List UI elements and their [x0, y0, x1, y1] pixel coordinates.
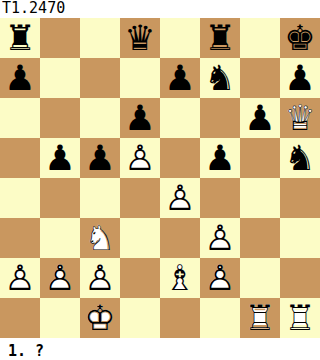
square-c3[interactable]: ♞♘ — [80, 218, 120, 258]
square-a7[interactable]: ♟ — [0, 58, 40, 98]
square-b6[interactable] — [40, 98, 80, 138]
square-h8[interactable]: ♚ — [280, 18, 320, 58]
piece-glyph-fill: ♟ — [80, 258, 120, 298]
square-f6[interactable] — [200, 98, 240, 138]
chess-board: ♜♛♜♚♟♟♞♟♟♟♛♕♟♟♟♙♟♞♟♙♞♘♟♙♟♙♟♙♟♙♝♗♟♙♚♔♜♖♜♖ — [0, 18, 320, 338]
square-f2[interactable]: ♟♙ — [200, 258, 240, 298]
square-a2[interactable]: ♟♙ — [0, 258, 40, 298]
square-f4[interactable] — [200, 178, 240, 218]
square-c1[interactable]: ♚♔ — [80, 298, 120, 338]
puzzle-id: T1.2470 — [0, 0, 320, 18]
piece-glyph-outline: ♘ — [80, 218, 120, 258]
square-g2[interactable] — [240, 258, 280, 298]
square-d1[interactable] — [120, 298, 160, 338]
square-h4[interactable] — [280, 178, 320, 218]
square-h1[interactable]: ♜♖ — [280, 298, 320, 338]
piece-glyph-outline: ♙ — [80, 258, 120, 298]
square-e1[interactable] — [160, 298, 200, 338]
square-e2[interactable]: ♝♗ — [160, 258, 200, 298]
square-a5[interactable] — [0, 138, 40, 178]
square-g7[interactable] — [240, 58, 280, 98]
square-g6[interactable]: ♟ — [240, 98, 280, 138]
piece-glyph: ♛ — [120, 18, 160, 58]
piece-glyph-outline: ♗ — [160, 258, 200, 298]
square-e8[interactable] — [160, 18, 200, 58]
piece-glyph-fill: ♜ — [240, 298, 280, 338]
square-h2[interactable] — [280, 258, 320, 298]
square-e6[interactable] — [160, 98, 200, 138]
square-g4[interactable] — [240, 178, 280, 218]
square-g8[interactable] — [240, 18, 280, 58]
square-b5[interactable]: ♟ — [40, 138, 80, 178]
piece-glyph-outline: ♙ — [160, 178, 200, 218]
piece-glyph-fill: ♞ — [80, 218, 120, 258]
square-f1[interactable] — [200, 298, 240, 338]
square-c7[interactable] — [80, 58, 120, 98]
piece-glyph: ♟ — [280, 58, 320, 98]
square-b3[interactable] — [40, 218, 80, 258]
piece-glyph: ♚ — [280, 18, 320, 58]
piece-glyph-fill: ♜ — [280, 298, 320, 338]
square-c6[interactable] — [80, 98, 120, 138]
piece-glyph: ♟ — [160, 58, 200, 98]
square-d7[interactable] — [120, 58, 160, 98]
piece-glyph-fill: ♟ — [40, 258, 80, 298]
piece-glyph-fill: ♟ — [120, 138, 160, 178]
square-f5[interactable]: ♟ — [200, 138, 240, 178]
piece-glyph: ♟ — [120, 98, 160, 138]
square-h7[interactable]: ♟ — [280, 58, 320, 98]
square-b1[interactable] — [40, 298, 80, 338]
piece-glyph-outline: ♙ — [120, 138, 160, 178]
square-a4[interactable] — [0, 178, 40, 218]
square-f7[interactable]: ♞ — [200, 58, 240, 98]
square-e5[interactable] — [160, 138, 200, 178]
square-a1[interactable] — [0, 298, 40, 338]
square-c2[interactable]: ♟♙ — [80, 258, 120, 298]
piece-glyph-fill: ♟ — [200, 218, 240, 258]
piece-glyph: ♞ — [280, 138, 320, 178]
square-d3[interactable] — [120, 218, 160, 258]
square-b7[interactable] — [40, 58, 80, 98]
square-c4[interactable] — [80, 178, 120, 218]
square-d6[interactable]: ♟ — [120, 98, 160, 138]
square-e4[interactable]: ♟♙ — [160, 178, 200, 218]
square-a3[interactable] — [0, 218, 40, 258]
piece-glyph-fill: ♚ — [80, 298, 120, 338]
square-g3[interactable] — [240, 218, 280, 258]
square-d5[interactable]: ♟♙ — [120, 138, 160, 178]
piece-glyph: ♟ — [80, 138, 120, 178]
piece-glyph: ♟ — [0, 58, 40, 98]
piece-glyph: ♟ — [200, 138, 240, 178]
piece-glyph-fill: ♛ — [280, 98, 320, 138]
piece-glyph: ♟ — [40, 138, 80, 178]
piece-glyph-outline: ♙ — [200, 218, 240, 258]
piece-glyph-outline: ♔ — [80, 298, 120, 338]
piece-glyph: ♜ — [200, 18, 240, 58]
square-d4[interactable] — [120, 178, 160, 218]
square-d8[interactable]: ♛ — [120, 18, 160, 58]
square-g1[interactable]: ♜♖ — [240, 298, 280, 338]
square-h3[interactable] — [280, 218, 320, 258]
square-d2[interactable] — [120, 258, 160, 298]
piece-glyph-fill: ♟ — [0, 258, 40, 298]
square-b4[interactable] — [40, 178, 80, 218]
square-c8[interactable] — [80, 18, 120, 58]
piece-glyph: ♜ — [0, 18, 40, 58]
square-f8[interactable]: ♜ — [200, 18, 240, 58]
square-a6[interactable] — [0, 98, 40, 138]
square-g5[interactable] — [240, 138, 280, 178]
piece-glyph-outline: ♖ — [280, 298, 320, 338]
square-b8[interactable] — [40, 18, 80, 58]
square-f3[interactable]: ♟♙ — [200, 218, 240, 258]
square-b2[interactable]: ♟♙ — [40, 258, 80, 298]
move-prompt: 1. ? — [0, 338, 320, 360]
square-a8[interactable]: ♜ — [0, 18, 40, 58]
square-e3[interactable] — [160, 218, 200, 258]
square-h6[interactable]: ♛♕ — [280, 98, 320, 138]
piece-glyph-fill: ♝ — [160, 258, 200, 298]
square-h5[interactable]: ♞ — [280, 138, 320, 178]
piece-glyph-fill: ♟ — [200, 258, 240, 298]
piece-glyph-fill: ♟ — [160, 178, 200, 218]
square-c5[interactable]: ♟ — [80, 138, 120, 178]
piece-glyph: ♟ — [240, 98, 280, 138]
piece-glyph-outline: ♙ — [0, 258, 40, 298]
piece-glyph-outline: ♕ — [280, 98, 320, 138]
piece-glyph-outline: ♙ — [40, 258, 80, 298]
piece-glyph: ♞ — [200, 58, 240, 98]
square-e7[interactable]: ♟ — [160, 58, 200, 98]
piece-glyph-outline: ♙ — [200, 258, 240, 298]
piece-glyph-outline: ♖ — [240, 298, 280, 338]
